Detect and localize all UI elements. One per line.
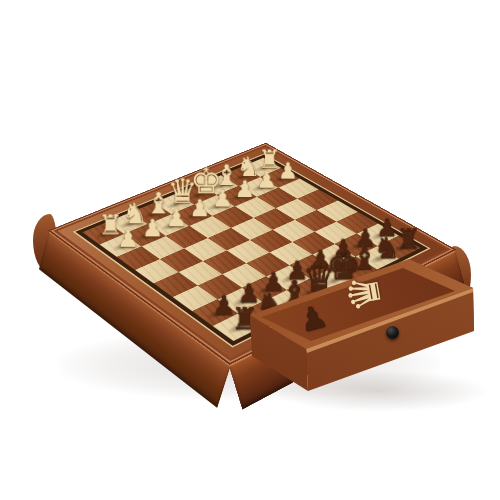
drawer-right-face [0, 0, 500, 500]
product-photo-stage: ♜♞♝♛♚♝♞♜♟♟♟♟♟♟♟♟♟♟♟♟♟♟♟♟♜♞♝♛♚♝♞♜ ♛ ♟ [0, 0, 500, 500]
drawer-front-face[interactable] [0, 0, 500, 500]
drawer-left-face [0, 0, 500, 500]
drawer-cavity [0, 0, 500, 500]
spare-white-queen-piece[interactable]: ♛ [341, 271, 389, 315]
drawer-knob[interactable] [386, 326, 399, 339]
drawer-front-edge-highlight [0, 0, 500, 500]
storage-drawer: ♛ ♟ [0, 0, 500, 500]
drawer-top-rim [0, 0, 500, 500]
